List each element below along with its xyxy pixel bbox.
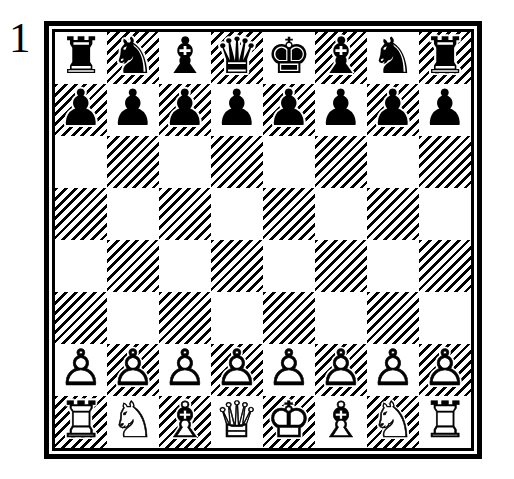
square-b3[interactable] [107,292,159,344]
square-g6[interactable] [367,136,419,188]
piece-black-knight: ♞ [367,30,419,82]
square-g7[interactable]: ♟ [367,84,419,136]
square-g8[interactable]: ♞ [367,32,419,84]
piece-white-king-fill: ♚ [263,394,315,446]
square-b4[interactable] [107,240,159,292]
piece-white-bishop: ♗ [159,394,211,446]
square-d2[interactable]: ♟♙ [211,344,263,396]
square-h3[interactable] [419,292,471,344]
square-c3[interactable] [159,292,211,344]
square-b2[interactable]: ♟♙ [107,344,159,396]
piece-white-pawn: ♙ [263,342,315,394]
square-c5[interactable] [159,188,211,240]
piece-white-pawn: ♙ [315,342,367,394]
square-d8[interactable]: ♛ [211,32,263,84]
square-h2[interactable]: ♟♙ [419,344,471,396]
square-a1[interactable]: ♜♖ [55,396,107,448]
square-h8[interactable]: ♜ [419,32,471,84]
square-e5[interactable] [263,188,315,240]
piece-black-king: ♚ [263,30,315,82]
square-e1[interactable]: ♚♔ [263,396,315,448]
square-d4[interactable] [211,240,263,292]
square-f8[interactable]: ♝ [315,32,367,84]
piece-black-rook: ♜ [55,30,107,82]
square-b8[interactable]: ♞ [107,32,159,84]
piece-white-pawn-fill: ♟ [315,342,367,394]
square-d1[interactable]: ♛♕ [211,396,263,448]
square-f3[interactable] [315,292,367,344]
piece-white-pawn: ♙ [211,342,263,394]
square-h6[interactable] [419,136,471,188]
piece-black-knight: ♞ [107,30,159,82]
piece-white-pawn-fill: ♟ [107,342,159,394]
chess-board: ♜♞♝♛♚♝♞♜♟♟♟♟♟♟♟♟♟♙♟♙♟♙♟♙♟♙♟♙♟♙♟♙♜♖♞♘♝♗♛♕… [55,32,471,448]
board-inner-border: ♜♞♝♛♚♝♞♜♟♟♟♟♟♟♟♟♟♙♟♙♟♙♟♙♟♙♟♙♟♙♟♙♜♖♞♘♝♗♛♕… [52,29,474,451]
square-f7[interactable]: ♟ [315,84,367,136]
square-d5[interactable] [211,188,263,240]
square-a6[interactable] [55,136,107,188]
piece-black-pawn: ♟ [107,82,159,134]
square-e8[interactable]: ♚ [263,32,315,84]
piece-white-pawn-fill: ♟ [211,342,263,394]
diagram-move-number: 1 [9,16,31,59]
square-e7[interactable]: ♟ [263,84,315,136]
piece-white-pawn: ♙ [107,342,159,394]
square-g4[interactable] [367,240,419,292]
piece-black-pawn: ♟ [367,82,419,134]
piece-white-pawn-fill: ♟ [263,342,315,394]
square-f6[interactable] [315,136,367,188]
square-d3[interactable] [211,292,263,344]
piece-black-bishop: ♝ [315,30,367,82]
piece-black-bishop: ♝ [159,30,211,82]
square-e4[interactable] [263,240,315,292]
square-h5[interactable] [419,188,471,240]
square-g1[interactable]: ♞♘ [367,396,419,448]
piece-white-knight-fill: ♞ [367,394,419,446]
piece-white-pawn: ♙ [159,342,211,394]
square-d7[interactable]: ♟ [211,84,263,136]
piece-white-rook-fill: ♜ [55,394,107,446]
square-f1[interactable]: ♝♗ [315,396,367,448]
piece-white-knight-fill: ♞ [107,394,159,446]
piece-white-pawn: ♙ [419,342,471,394]
square-g5[interactable] [367,188,419,240]
piece-white-bishop-fill: ♝ [159,394,211,446]
square-f4[interactable] [315,240,367,292]
piece-black-pawn: ♟ [159,82,211,134]
square-c1[interactable]: ♝♗ [159,396,211,448]
square-e2[interactable]: ♟♙ [263,344,315,396]
piece-white-pawn-fill: ♟ [159,342,211,394]
square-g3[interactable] [367,292,419,344]
square-a7[interactable]: ♟ [55,84,107,136]
piece-black-pawn: ♟ [211,82,263,134]
piece-white-king: ♔ [263,394,315,446]
piece-white-rook-fill: ♜ [419,394,471,446]
chess-diagram-page: 1 ♜♞♝♛♚♝♞♜♟♟♟♟♟♟♟♟♟♙♟♙♟♙♟♙♟♙♟♙♟♙♟♙♜♖♞♘♝♗… [0,0,514,479]
square-a2[interactable]: ♟♙ [55,344,107,396]
piece-white-bishop: ♗ [315,394,367,446]
square-g2[interactable]: ♟♙ [367,344,419,396]
square-b7[interactable]: ♟ [107,84,159,136]
piece-black-pawn: ♟ [263,82,315,134]
square-c2[interactable]: ♟♙ [159,344,211,396]
piece-white-pawn: ♙ [55,342,107,394]
piece-white-rook: ♖ [419,394,471,446]
piece-white-queen: ♕ [211,394,263,446]
piece-black-queen: ♛ [211,30,263,82]
piece-white-pawn-fill: ♟ [367,342,419,394]
square-a8[interactable]: ♜ [55,32,107,84]
piece-black-rook: ♜ [419,30,471,82]
square-c8[interactable]: ♝ [159,32,211,84]
square-c7[interactable]: ♟ [159,84,211,136]
piece-white-pawn-fill: ♟ [55,342,107,394]
square-c4[interactable] [159,240,211,292]
square-e6[interactable] [263,136,315,188]
piece-black-pawn: ♟ [419,82,471,134]
piece-black-pawn: ♟ [315,82,367,134]
square-h4[interactable] [419,240,471,292]
square-d6[interactable] [211,136,263,188]
board-frame: ♜♞♝♛♚♝♞♜♟♟♟♟♟♟♟♟♟♙♟♙♟♙♟♙♟♙♟♙♟♙♟♙♜♖♞♘♝♗♛♕… [44,21,482,459]
square-f5[interactable] [315,188,367,240]
square-b1[interactable]: ♞♘ [107,396,159,448]
square-f2[interactable]: ♟♙ [315,344,367,396]
square-e3[interactable] [263,292,315,344]
square-a3[interactable] [55,292,107,344]
square-b5[interactable] [107,188,159,240]
piece-white-queen-fill: ♛ [211,394,263,446]
square-b6[interactable] [107,136,159,188]
piece-black-pawn: ♟ [55,82,107,134]
piece-white-pawn: ♙ [367,342,419,394]
piece-white-rook: ♖ [55,394,107,446]
square-c6[interactable] [159,136,211,188]
square-a5[interactable] [55,188,107,240]
piece-white-knight: ♘ [367,394,419,446]
square-a4[interactable] [55,240,107,292]
square-h1[interactable]: ♜♖ [419,396,471,448]
piece-white-knight: ♘ [107,394,159,446]
piece-white-bishop-fill: ♝ [315,394,367,446]
square-h7[interactable]: ♟ [419,84,471,136]
piece-white-pawn-fill: ♟ [419,342,471,394]
